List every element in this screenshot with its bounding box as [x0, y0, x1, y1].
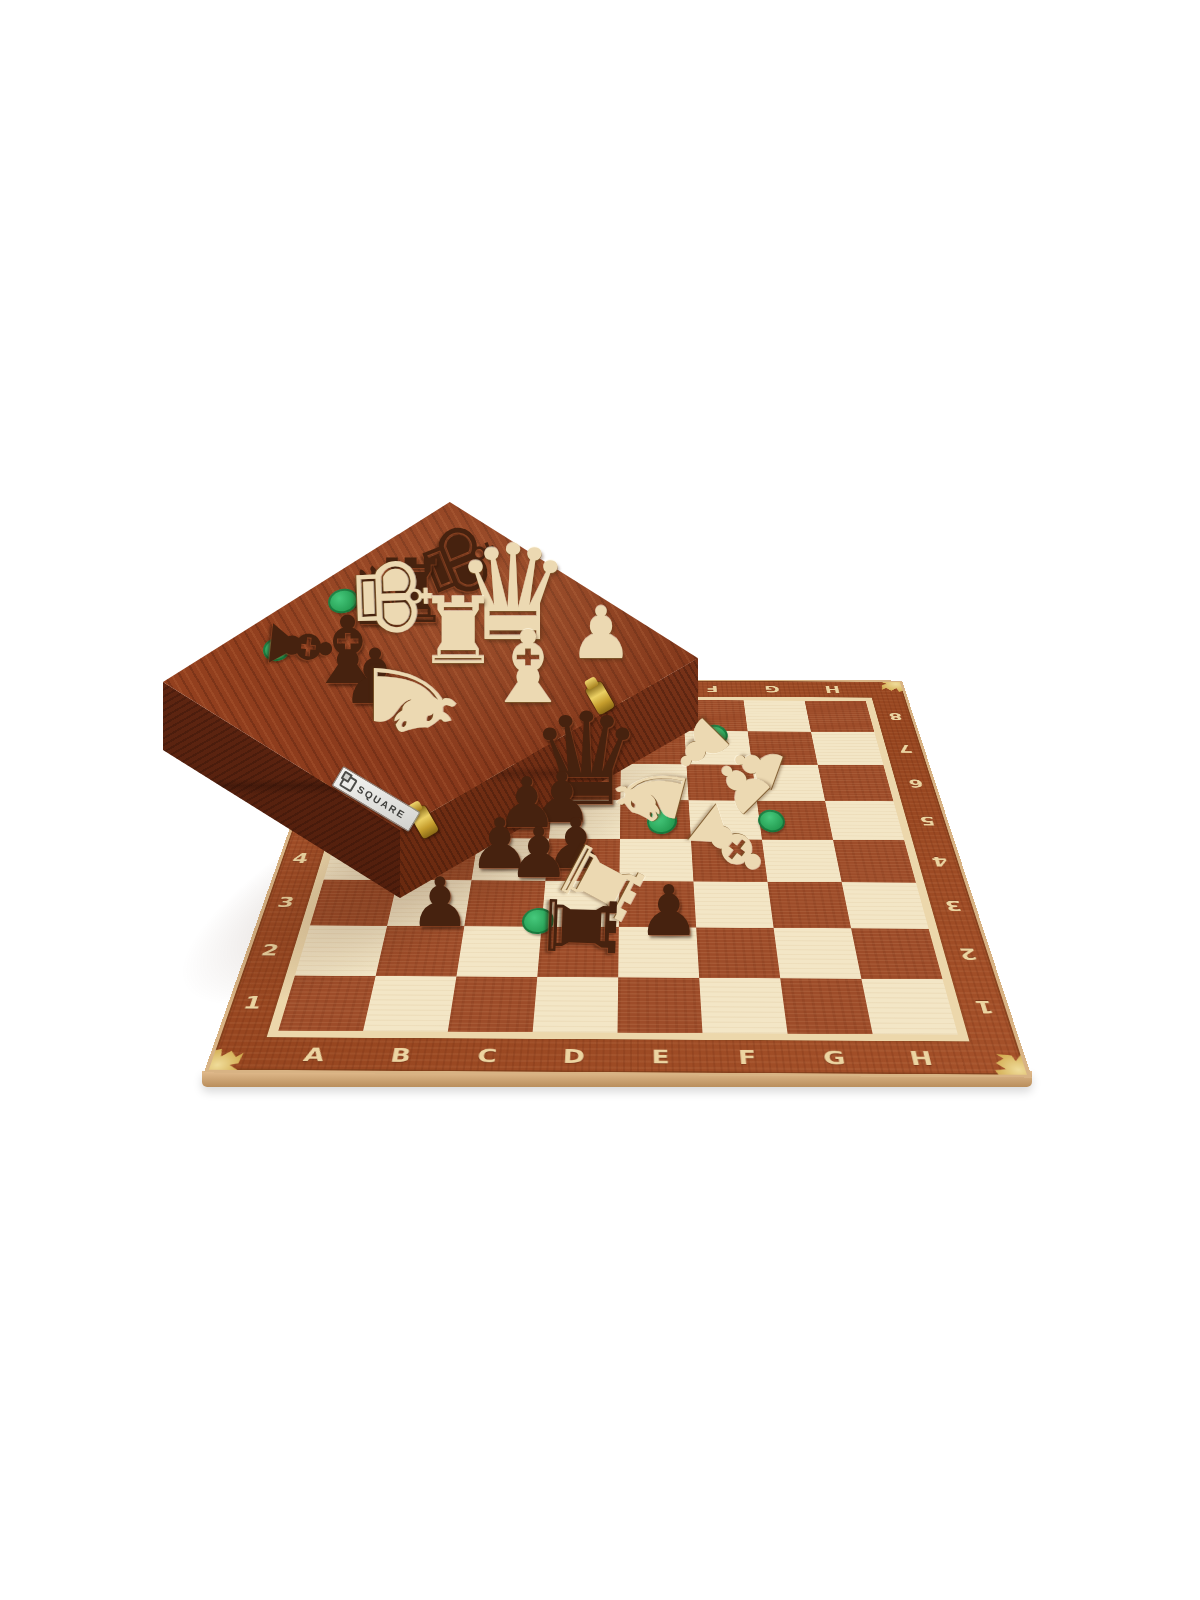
brass-corner-ornament: [972, 1043, 1027, 1075]
white-pawn-standing: ♟: [569, 597, 634, 669]
rank-label-right-7: 7: [897, 743, 914, 753]
file-label-top-f: F: [705, 684, 718, 693]
square-e1: [618, 977, 703, 1033]
file-label-bottom-d: D: [562, 1047, 585, 1066]
square-c1: [448, 977, 537, 1033]
square-b1: [363, 976, 456, 1032]
square-h4: [833, 840, 916, 883]
file-label-bottom-e: E: [651, 1047, 670, 1066]
file-label-bottom-b: B: [389, 1046, 413, 1065]
dark-rook-lying: ♜: [533, 883, 628, 969]
square-g2: [774, 928, 862, 979]
rank-label-right-8: 8: [887, 712, 903, 722]
white-knight-lying: ♞: [357, 650, 469, 750]
dark-pawn-standing: ♟: [410, 869, 471, 937]
square-h6: [818, 765, 894, 801]
square-g8: [744, 700, 811, 731]
square-d1: [533, 977, 619, 1033]
file-label-bottom-h: H: [908, 1049, 935, 1068]
square-h1: [861, 979, 958, 1035]
file-label-bottom-c: C: [476, 1046, 498, 1065]
square-g3: [768, 882, 852, 928]
file-label-top-g: G: [764, 684, 781, 693]
square-h2: [851, 928, 942, 979]
file-label-top-h: H: [824, 685, 842, 694]
square-h3: [842, 882, 929, 929]
rank-label-right-4: 4: [930, 855, 949, 868]
rank-label-right-6: 6: [907, 778, 925, 789]
square-f1: [699, 978, 787, 1034]
product-photo: AABBCCDDEEFFGGHH1122334455667788 SQUARE …: [0, 0, 1200, 1600]
square-f2: [696, 928, 780, 979]
square-h5: [825, 801, 904, 840]
rank-label-right-2: 2: [957, 946, 979, 962]
square-g1: [780, 978, 872, 1034]
square-h7: [811, 732, 884, 766]
file-label-bottom-f: F: [737, 1048, 757, 1067]
dark-pawn-standing: ♟: [638, 876, 701, 946]
file-label-bottom-a: A: [302, 1045, 327, 1064]
file-label-bottom-g: G: [822, 1048, 847, 1067]
rank-label-right-1: 1: [973, 998, 996, 1015]
square-logo-icon: [339, 773, 358, 792]
rank-label-right-5: 5: [918, 815, 937, 827]
brass-corner-ornament: [869, 682, 905, 697]
rank-label-right-3: 3: [943, 898, 964, 912]
square-h8: [805, 701, 875, 732]
